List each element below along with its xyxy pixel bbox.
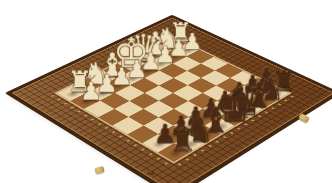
piece-white-pawn: ♟ <box>80 80 101 104</box>
chess-board: ♜♞♝♚♛♝♞♜♟♟♟♟♟♟♟♟♟♟♟♟♟♟♟♟♜♞♝♚♛♝♞♜ <box>5 15 332 183</box>
square <box>187 78 216 93</box>
latch-knob-icon <box>148 170 154 175</box>
square <box>173 85 202 100</box>
board-field: ♜♞♝♚♛♝♞♜♟♟♟♟♟♟♟♟♟♟♟♟♟♟♟♟♜♞♝♚♛♝♞♜ <box>54 36 292 164</box>
square <box>158 93 187 109</box>
scene: ♜♞♝♚♛♝♞♜♟♟♟♟♟♟♟♟♟♟♟♟♟♟♟♟♜♞♝♚♛♝♞♜ <box>0 0 332 183</box>
piece-black-rook: ♜ <box>169 125 192 156</box>
chess-set-photo: ♜♞♝♚♛♝♞♜♟♟♟♟♟♟♟♟♟♟♟♟♟♟♟♟♜♞♝♚♛♝♞♜ <box>0 0 332 183</box>
